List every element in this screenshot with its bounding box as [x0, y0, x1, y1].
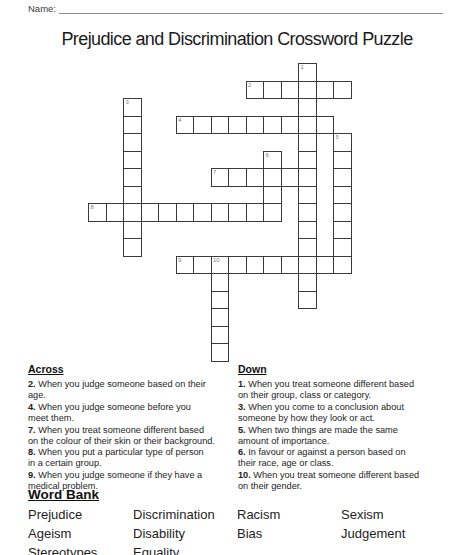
grid-cell-r16-c7[interactable] — [211, 343, 230, 362]
grid-cell-r10-c2[interactable] — [123, 238, 142, 257]
grid-cell-r8-c9[interactable] — [246, 203, 265, 222]
grid-cell-r6-c7[interactable]: 7 — [211, 168, 230, 187]
grid-cell-r8-c4[interactable] — [158, 203, 177, 222]
word-bank-item-equality: Equality — [133, 546, 237, 555]
across-clues: Across 2. When you judge someone based o… — [28, 363, 236, 493]
word-bank: Word Bank PrejudiceDiscriminationRacismS… — [28, 487, 461, 555]
grid-cell-r3-c9[interactable] — [246, 116, 265, 135]
name-row: Name: — [28, 3, 443, 14]
clue-8-across: 8. When you put a particular type of per… — [28, 447, 236, 469]
grid-cell-r8-c12[interactable] — [298, 203, 317, 222]
grid-cell-r11-c10[interactable] — [263, 256, 282, 275]
grid-cell-r8-c6[interactable] — [193, 203, 212, 222]
grid-cell-r4-c12[interactable] — [298, 133, 317, 152]
name-blank[interactable] — [59, 3, 443, 14]
grid-cell-r1-c13[interactable] — [316, 81, 335, 100]
grid-cell-r11-c13[interactable] — [316, 256, 335, 275]
grid-cell-r8-c7[interactable] — [211, 203, 230, 222]
grid-cell-r3-c2[interactable] — [123, 116, 142, 135]
word-bank-item-disability: Disability — [133, 527, 237, 541]
grid-cell-r12-c12[interactable] — [298, 273, 317, 292]
grid-cell-r10-c14[interactable] — [333, 238, 352, 257]
grid-cell-r11-c14[interactable] — [333, 256, 352, 275]
grid-cell-r7-c2[interactable] — [123, 186, 142, 205]
clue-2-across: 2. When you judge someone based on their… — [28, 379, 236, 401]
grid-cell-r8-c2[interactable] — [123, 203, 142, 222]
grid-cell-r2-c12[interactable] — [298, 98, 317, 117]
grid-cell-r1-c14[interactable] — [333, 81, 352, 100]
word-bank-item-racism: Racism — [237, 508, 341, 522]
across-header: Across — [28, 363, 236, 375]
word-bank-item-judgement: Judgement — [341, 527, 461, 541]
grid-cell-r8-c14[interactable] — [333, 203, 352, 222]
grid-cell-r9-c12[interactable] — [298, 221, 317, 240]
cell-number-9: 9 — [178, 257, 181, 264]
clue-1-down: 1. When you treat someone different base… — [238, 379, 470, 401]
grid-cell-r7-c10[interactable] — [263, 186, 282, 205]
cell-number-1: 1 — [301, 64, 304, 71]
word-bank-item-stereotypes: Stereotypes — [28, 546, 133, 555]
clue-3-down: 3. When you come to a conclusion about s… — [238, 402, 470, 424]
word-bank-item-discrimination: Discrimination — [133, 508, 237, 522]
grid-cell-r6-c10[interactable] — [263, 168, 282, 187]
grid-cell-r6-c12[interactable] — [298, 168, 317, 187]
grid-cell-r2-c2[interactable]: 3 — [123, 98, 142, 117]
grid-cell-r5-c12[interactable] — [298, 151, 317, 170]
cell-number-3: 3 — [126, 99, 129, 106]
grid-cell-r4-c14[interactable]: 5 — [333, 133, 352, 152]
grid-cell-r0-c12[interactable]: 1 — [298, 63, 317, 82]
grid-cell-r8-c1[interactable] — [106, 203, 125, 222]
grid-cell-r3-c12[interactable] — [298, 116, 317, 135]
grid-cell-r3-c10[interactable] — [263, 116, 282, 135]
grid-cell-r8-c10[interactable] — [263, 203, 282, 222]
clue-7-across: 7. When you treat someone different base… — [28, 425, 236, 447]
word-bank-grid: PrejudiceDiscriminationRacismSexismAgeis… — [28, 508, 461, 555]
grid-cell-r11-c12[interactable] — [298, 256, 317, 275]
down-header: Down — [238, 363, 470, 375]
grid-cell-r8-c5[interactable] — [176, 203, 195, 222]
grid-cell-r15-c7[interactable] — [211, 326, 230, 345]
grid-cell-r3-c11[interactable] — [281, 116, 300, 135]
cell-number-8: 8 — [91, 204, 94, 211]
grid-cell-r11-c11[interactable] — [281, 256, 300, 275]
word-bank-item-ageism: Ageism — [28, 527, 133, 541]
grid-cell-r11-c9[interactable] — [246, 256, 265, 275]
grid-cell-r12-c7[interactable] — [211, 273, 230, 292]
cell-number-2: 2 — [248, 82, 251, 89]
grid-cell-r6-c11[interactable] — [281, 168, 300, 187]
word-bank-item-sexism: Sexism — [341, 508, 461, 522]
grid-cell-r14-c7[interactable] — [211, 308, 230, 327]
cell-number-6: 6 — [266, 152, 269, 159]
grid-cell-r11-c8[interactable] — [228, 256, 247, 275]
grid-cell-r1-c11[interactable] — [281, 81, 300, 100]
name-label: Name: — [28, 3, 56, 14]
grid-cell-r3-c13[interactable] — [316, 116, 335, 135]
grid-cell-r8-c8[interactable] — [228, 203, 247, 222]
grid-cell-r11-c7[interactable]: 10 — [211, 256, 230, 275]
grid-cell-r10-c12[interactable] — [298, 238, 317, 257]
grid-cell-r1-c12[interactable] — [298, 81, 317, 100]
word-bank-item-prejudice: Prejudice — [28, 508, 133, 522]
cell-number-4: 4 — [178, 117, 181, 124]
grid-cell-r3-c5[interactable]: 4 — [176, 116, 195, 135]
cell-number-10: 10 — [213, 257, 220, 264]
grid-cell-r1-c9[interactable]: 2 — [246, 81, 265, 100]
grid-cell-r11-c5[interactable]: 9 — [176, 256, 195, 275]
crossword-grid: 12345678910 — [88, 63, 352, 362]
grid-cell-r7-c14[interactable] — [333, 186, 352, 205]
grid-cell-r13-c7[interactable] — [211, 291, 230, 310]
grid-cell-r9-c2[interactable] — [123, 221, 142, 240]
word-bank-item-bias: Bias — [237, 527, 341, 541]
grid-cell-r3-c7[interactable] — [211, 116, 230, 135]
grid-cell-r13-c12[interactable] — [298, 291, 317, 310]
grid-cell-r6-c2[interactable] — [123, 168, 142, 187]
grid-cell-r9-c14[interactable] — [333, 221, 352, 240]
cell-number-5: 5 — [336, 134, 339, 141]
down-clues: Down 1. When you treat someone different… — [238, 363, 470, 493]
grid-cell-r1-c10[interactable] — [263, 81, 282, 100]
grid-cell-r8-c3[interactable] — [141, 203, 160, 222]
clue-4-across: 4. When you judge someone before you mee… — [28, 402, 236, 424]
grid-cell-r6-c14[interactable] — [333, 168, 352, 187]
grid-cell-r4-c2[interactable] — [123, 133, 142, 152]
word-bank-header: Word Bank — [28, 487, 461, 502]
grid-cell-r3-c8[interactable] — [228, 116, 247, 135]
grid-cell-r5-c2[interactable] — [123, 151, 142, 170]
grid-cell-r3-c6[interactable] — [193, 116, 212, 135]
clue-6-down: 6. In favour or against a person based o… — [238, 447, 470, 469]
clue-5-down: 5. When two things are made the same amo… — [238, 425, 470, 447]
grid-cell-r6-c8[interactable] — [228, 168, 247, 187]
page-title: Prejudice and Discrimination Crossword P… — [0, 29, 474, 50]
grid-cell-r5-c14[interactable] — [333, 151, 352, 170]
grid-cell-r6-c9[interactable] — [246, 168, 265, 187]
grid-cell-r7-c12[interactable] — [298, 186, 317, 205]
cell-number-7: 7 — [213, 169, 216, 176]
grid-cell-r8-c0[interactable]: 8 — [88, 203, 107, 222]
grid-cell-r5-c10[interactable]: 6 — [263, 151, 282, 170]
grid-cell-r11-c6[interactable] — [193, 256, 212, 275]
